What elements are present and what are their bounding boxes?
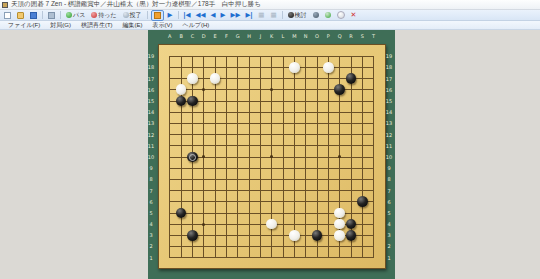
grid-line-horizontal [170, 246, 374, 247]
analysis-icon [288, 12, 294, 18]
coordinate-label-right: 10 [384, 154, 394, 160]
coordinate-label-top: J [255, 33, 265, 39]
coordinate-label-right: 2 [384, 243, 394, 249]
black-stone-icon [313, 12, 319, 18]
coordinate-label-right: 11 [384, 143, 394, 149]
grid-line-horizontal [170, 190, 374, 191]
coordinate-label-left: 1 [146, 255, 156, 261]
star-point [202, 223, 205, 226]
play-icon: ▶ [168, 11, 173, 19]
coordinate-label-left: 10 [146, 154, 156, 160]
delete-icon: ✕ [351, 11, 357, 19]
coordinate-label-top: T [369, 33, 379, 39]
black-stone-C15 [187, 96, 198, 107]
window-title: 天頂の囲碁 7 Zen - 棋譜鑑賞中／井山裕太（黒）対一力遼棋聖／178手 白… [11, 0, 261, 9]
grid-line-horizontal [170, 179, 374, 180]
grid-line-horizontal [170, 201, 374, 202]
grid-line-vertical [373, 56, 374, 257]
menu-item-2[interactable]: 棋譜再生(T) [76, 21, 118, 30]
white-stone-Q3 [334, 230, 345, 241]
last-move-marker [189, 154, 196, 161]
replay-nav-button-0[interactable]: |◀ [182, 11, 193, 20]
grid-line-vertical [305, 56, 306, 257]
coordinate-label-right: 18 [384, 64, 394, 70]
board-icon [154, 12, 161, 19]
coordinate-label-left: 19 [146, 53, 156, 59]
coordinate-label-left: 8 [146, 176, 156, 182]
white-stone-M18 [289, 62, 300, 73]
toolbar-separator [178, 11, 179, 19]
white-stone-Q5 [334, 208, 345, 219]
coordinate-label-top: Q [335, 33, 345, 39]
coordinate-label-top: C [187, 33, 197, 39]
replay-nav-button-2[interactable]: ◀ [208, 11, 217, 20]
black-stone-S6 [357, 196, 368, 207]
white-stone-M3 [289, 230, 300, 241]
zoom-tool-button[interactable] [323, 11, 333, 20]
coordinate-label-left: 15 [146, 98, 156, 104]
eraser-icon [337, 11, 345, 19]
replay-nav-button-5[interactable]: ▶| [243, 11, 254, 20]
black-stone-R3 [346, 230, 357, 241]
white-stone-C17 [187, 73, 198, 84]
menu-item-4[interactable]: 表示(V) [148, 21, 178, 30]
grid-line-vertical [362, 56, 363, 257]
coordinate-label-top: B [176, 33, 186, 39]
coordinate-label-left: 11 [146, 143, 156, 149]
pass-button[interactable]: パス [64, 11, 87, 20]
replay-nav-button-1[interactable]: ◀◀ [193, 11, 207, 20]
magnifier-icon [325, 12, 331, 18]
menu-item-1[interactable]: 対局(G) [45, 21, 76, 30]
undo-icon [91, 12, 97, 18]
coordinate-label-top: P [323, 33, 333, 39]
app-window: 天頂の囲碁 7 Zen - 棋譜鑑賞中／井山裕太（黒）対一力遼棋聖／178手 白… [0, 0, 540, 279]
replay-nav-button-4[interactable]: ▶▶ [228, 11, 242, 20]
open-file-button[interactable] [15, 11, 26, 20]
coordinate-label-right: 16 [384, 87, 394, 93]
coordinate-label-left: 14 [146, 109, 156, 115]
eraser-tool-button[interactable] [335, 11, 347, 20]
black-stone-tool-button[interactable] [311, 11, 321, 20]
coordinate-label-right: 7 [384, 188, 394, 194]
analysis-button[interactable]: 検討 [286, 11, 309, 20]
toolbar-separator [42, 11, 43, 19]
replay-nav-button-3[interactable]: ▶ [218, 11, 227, 20]
resign-icon [123, 12, 129, 18]
coordinate-label-top: H [244, 33, 254, 39]
coordinate-label-left: 5 [146, 210, 156, 216]
coordinate-label-right: 1 [384, 255, 394, 261]
white-stone-P18 [323, 62, 334, 73]
toolbar: パス 待った 投了 ▶ |◀◀◀◀▶▶▶▶| ▦ ▦ 検討 ✕ [0, 10, 540, 21]
coordinate-label-left: 13 [146, 120, 156, 126]
new-document-icon [4, 12, 11, 19]
coordinate-label-left: 2 [146, 243, 156, 249]
coordinate-label-top: N [301, 33, 311, 39]
coordinate-label-right: 5 [384, 210, 394, 216]
coordinate-label-right: 15 [384, 98, 394, 104]
board-view-button[interactable] [151, 10, 164, 21]
image-icon: ▦ [270, 11, 276, 19]
grid-line-vertical [317, 56, 318, 257]
coordinate-label-left: 12 [146, 132, 156, 138]
coordinate-label-top: R [346, 33, 356, 39]
coordinate-label-right: 17 [384, 76, 394, 82]
coordinate-label-left: 9 [146, 165, 156, 171]
app-icon [2, 2, 8, 8]
image-button-1[interactable]: ▦ [256, 11, 266, 20]
play-button[interactable]: ▶ [166, 11, 175, 20]
grid-line-horizontal [170, 168, 374, 169]
coordinate-label-left: 4 [146, 221, 156, 227]
coordinate-label-right: 6 [384, 199, 394, 205]
menu-item-5[interactable]: ヘルプ(H) [178, 21, 215, 30]
coordinate-label-right: 19 [384, 53, 394, 59]
coordinate-label-top: M [289, 33, 299, 39]
coordinate-label-right: 13 [384, 120, 394, 126]
coordinate-label-top: E [210, 33, 220, 39]
toolbar-separator [147, 11, 148, 19]
black-stone-O3 [312, 230, 323, 241]
coordinate-label-right: 12 [384, 132, 394, 138]
toolbar-separator [282, 11, 283, 19]
coordinate-label-left: 6 [146, 199, 156, 205]
image-button-2[interactable]: ▦ [268, 11, 278, 20]
coordinate-label-left: 18 [146, 64, 156, 70]
save-button[interactable] [28, 11, 39, 20]
coordinate-label-top: G [233, 33, 243, 39]
coordinate-label-right: 14 [384, 109, 394, 115]
coordinate-label-top: A [165, 33, 175, 39]
grid-line-vertical [328, 56, 329, 257]
coordinate-label-right: 9 [384, 165, 394, 171]
print-button[interactable] [46, 11, 57, 20]
undo-label: 待った [98, 11, 116, 20]
title-bar[interactable]: 天頂の囲碁 7 Zen - 棋譜鑑賞中／井山裕太（黒）対一力遼棋聖／178手 白… [0, 0, 540, 10]
black-stone-R17 [346, 73, 357, 84]
pass-icon [66, 12, 72, 18]
coordinate-label-top: D [199, 33, 209, 39]
coordinate-label-right: 3 [384, 232, 394, 238]
coordinate-label-right: 4 [384, 221, 394, 227]
coordinate-label-left: 3 [146, 232, 156, 238]
undo-move-button[interactable]: 待った [89, 11, 118, 20]
delete-button[interactable]: ✕ [349, 11, 359, 20]
coordinate-label-left: 17 [146, 76, 156, 82]
new-file-button[interactable] [2, 11, 13, 20]
toolbar-separator [60, 11, 61, 19]
black-stone-C10 [187, 152, 198, 163]
black-stone-C3 [187, 230, 198, 241]
black-stone-Q16 [334, 84, 345, 95]
save-icon [30, 12, 37, 19]
grid-line-vertical [283, 56, 284, 257]
resign-button[interactable]: 投了 [121, 11, 144, 20]
grid-line-horizontal [170, 257, 374, 258]
coordinate-label-top: S [357, 33, 367, 39]
resign-label: 投了 [130, 11, 142, 20]
menu-item-3[interactable]: 編集(E) [118, 21, 148, 30]
pass-label: パス [73, 11, 85, 20]
replay-nav-group: |◀◀◀◀▶▶▶▶| [182, 11, 255, 20]
coordinate-label-right: 8 [384, 176, 394, 182]
coordinate-label-top: L [278, 33, 288, 39]
menu-bar: ファイル(F)対局(G)棋譜再生(T)編集(E)表示(V)ヘルプ(H) [0, 21, 540, 30]
grid-line-vertical [294, 56, 295, 257]
coordinate-label-top: K [267, 33, 277, 39]
coordinate-label-left: 16 [146, 87, 156, 93]
menu-item-0[interactable]: ファイル(F) [3, 21, 45, 30]
coordinate-label-top: O [312, 33, 322, 39]
coordinate-label-top: F [221, 33, 231, 39]
coordinate-label-left: 7 [146, 188, 156, 194]
analysis-label: 検討 [295, 11, 307, 20]
image-icon: ▦ [258, 11, 264, 19]
print-icon [48, 12, 55, 19]
open-folder-icon [17, 12, 24, 19]
